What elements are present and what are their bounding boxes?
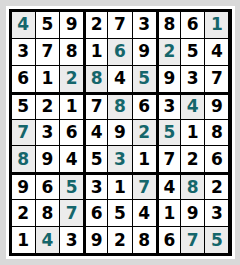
sudoku-cell-r7c4[interactable]: 3 — [84, 173, 107, 199]
page-background: 4592738613781692546128459375217863497364… — [0, 0, 240, 265]
sudoku-cell-r7c3[interactable]: 5 — [60, 173, 83, 199]
sudoku-cell-r4c1[interactable]: 5 — [12, 93, 35, 119]
sudoku-cell-r2c5[interactable]: 6 — [108, 39, 131, 65]
sudoku-cell-r2c7[interactable]: 2 — [157, 39, 180, 65]
sudoku-cell-r5c2[interactable]: 3 — [36, 120, 59, 146]
sudoku-cell-r3c7[interactable]: 9 — [157, 66, 180, 92]
sudoku-cell-r4c9[interactable]: 9 — [205, 93, 228, 119]
sudoku-cell-r8c8[interactable]: 9 — [181, 200, 204, 226]
sudoku-cell-r9c5[interactable]: 2 — [108, 227, 131, 253]
board-panel: 4592738613781692546128459375217863497364… — [6, 6, 235, 259]
sudoku-cell-r5c3[interactable]: 6 — [60, 120, 83, 146]
sudoku-cell-r2c2[interactable]: 7 — [36, 39, 59, 65]
sudoku-cell-r8c6[interactable]: 4 — [133, 200, 156, 226]
sudoku-cell-r3c2[interactable]: 1 — [36, 66, 59, 92]
sudoku-cell-r6c6[interactable]: 1 — [133, 146, 156, 172]
sudoku-cell-r9c2[interactable]: 4 — [36, 227, 59, 253]
sudoku-cell-r3c6[interactable]: 5 — [133, 66, 156, 92]
sudoku-cell-r2c8[interactable]: 5 — [181, 39, 204, 65]
sudoku-cell-r1c2[interactable]: 5 — [36, 12, 59, 38]
sudoku-cell-r9c9[interactable]: 5 — [205, 227, 228, 253]
sudoku-board: 4592738613781692546128459375217863497364… — [9, 9, 232, 256]
sudoku-cell-r5c6[interactable]: 2 — [133, 120, 156, 146]
sudoku-cell-r1c4[interactable]: 2 — [84, 12, 107, 38]
sudoku-cell-r4c7[interactable]: 3 — [157, 93, 180, 119]
sudoku-cell-r4c2[interactable]: 2 — [36, 93, 59, 119]
sudoku-cell-r9c3[interactable]: 3 — [60, 227, 83, 253]
sudoku-cell-r8c2[interactable]: 8 — [36, 200, 59, 226]
sudoku-cell-r7c2[interactable]: 6 — [36, 173, 59, 199]
sudoku-cell-r8c3[interactable]: 7 — [60, 200, 83, 226]
sudoku-cell-r1c6[interactable]: 3 — [133, 12, 156, 38]
sudoku-cell-r9c1[interactable]: 1 — [12, 227, 35, 253]
sudoku-cell-r7c6[interactable]: 7 — [133, 173, 156, 199]
sudoku-cell-r8c1[interactable]: 2 — [12, 200, 35, 226]
sudoku-cell-r9c8[interactable]: 7 — [181, 227, 204, 253]
sudoku-cell-r7c5[interactable]: 1 — [108, 173, 131, 199]
sudoku-cell-r2c6[interactable]: 9 — [133, 39, 156, 65]
sudoku-cell-r6c2[interactable]: 9 — [36, 146, 59, 172]
sudoku-cell-r7c7[interactable]: 4 — [157, 173, 180, 199]
sudoku-cell-r8c9[interactable]: 3 — [205, 200, 228, 226]
sudoku-cell-r6c4[interactable]: 5 — [84, 146, 107, 172]
sudoku-cell-r5c9[interactable]: 8 — [205, 120, 228, 146]
sudoku-cell-r6c1[interactable]: 8 — [12, 146, 35, 172]
sudoku-cell-r9c4[interactable]: 9 — [84, 227, 107, 253]
sudoku-cell-r1c3[interactable]: 9 — [60, 12, 83, 38]
sudoku-cell-r1c1[interactable]: 4 — [12, 12, 35, 38]
sudoku-cell-r5c7[interactable]: 5 — [157, 120, 180, 146]
sudoku-cell-r6c3[interactable]: 4 — [60, 146, 83, 172]
sudoku-cell-r1c7[interactable]: 8 — [157, 12, 180, 38]
sudoku-cell-r2c4[interactable]: 1 — [84, 39, 107, 65]
sudoku-cell-r8c5[interactable]: 5 — [108, 200, 131, 226]
sudoku-cell-r4c5[interactable]: 8 — [108, 93, 131, 119]
sudoku-cell-r8c4[interactable]: 6 — [84, 200, 107, 226]
sudoku-cell-r3c3[interactable]: 2 — [60, 66, 83, 92]
sudoku-cell-r6c7[interactable]: 7 — [157, 146, 180, 172]
sudoku-cell-r3c5[interactable]: 4 — [108, 66, 131, 92]
sudoku-cell-r5c8[interactable]: 1 — [181, 120, 204, 146]
sudoku-cell-r9c7[interactable]: 6 — [157, 227, 180, 253]
sudoku-cell-r5c5[interactable]: 9 — [108, 120, 131, 146]
sudoku-cell-r6c8[interactable]: 2 — [181, 146, 204, 172]
sudoku-cell-r2c3[interactable]: 8 — [60, 39, 83, 65]
sudoku-cell-r7c9[interactable]: 2 — [205, 173, 228, 199]
sudoku-cell-r2c9[interactable]: 4 — [205, 39, 228, 65]
sudoku-cell-r3c1[interactable]: 6 — [12, 66, 35, 92]
sudoku-cell-r1c8[interactable]: 6 — [181, 12, 204, 38]
sudoku-cell-r8c7[interactable]: 1 — [157, 200, 180, 226]
sudoku-cell-r6c5[interactable]: 3 — [108, 146, 131, 172]
sudoku-cell-r5c4[interactable]: 4 — [84, 120, 107, 146]
sudoku-cell-r3c9[interactable]: 7 — [205, 66, 228, 92]
sudoku-cell-r3c4[interactable]: 8 — [84, 66, 107, 92]
sudoku-cell-r4c8[interactable]: 4 — [181, 93, 204, 119]
sudoku-cell-r6c9[interactable]: 6 — [205, 146, 228, 172]
sudoku-cell-r2c1[interactable]: 3 — [12, 39, 35, 65]
sudoku-cell-r5c1[interactable]: 7 — [12, 120, 35, 146]
sudoku-cell-r4c4[interactable]: 7 — [84, 93, 107, 119]
sudoku-cell-r3c8[interactable]: 3 — [181, 66, 204, 92]
sudoku-cell-r1c5[interactable]: 7 — [108, 12, 131, 38]
sudoku-cell-r4c3[interactable]: 1 — [60, 93, 83, 119]
sudoku-cell-r7c1[interactable]: 9 — [12, 173, 35, 199]
sudoku-cell-r9c6[interactable]: 8 — [133, 227, 156, 253]
sudoku-cell-r7c8[interactable]: 8 — [181, 173, 204, 199]
sudoku-cell-r1c9[interactable]: 1 — [205, 12, 228, 38]
sudoku-cell-r4c6[interactable]: 6 — [133, 93, 156, 119]
